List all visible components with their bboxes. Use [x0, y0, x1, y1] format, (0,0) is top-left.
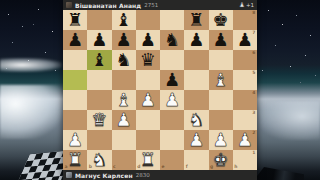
square-d1[interactable]: ♜d — [136, 150, 160, 170]
black-knight[interactable]: ♞ — [164, 31, 180, 49]
white-pawn[interactable]: ♟ — [116, 111, 132, 129]
sea-foam-left — [0, 85, 62, 139]
white-pawn[interactable]: ♟ — [188, 131, 204, 149]
file-label-b: b — [89, 165, 92, 170]
square-g7[interactable]: ♟ — [209, 30, 233, 50]
file-label-d: d — [137, 165, 140, 170]
square-d6[interactable]: ♛ — [136, 50, 160, 70]
white-bishop[interactable]: ♝ — [116, 91, 132, 109]
square-e2[interactable] — [160, 130, 184, 150]
wave-crest — [0, 58, 62, 72]
square-a2[interactable]: ♟ — [63, 130, 87, 150]
square-g6[interactable] — [209, 50, 233, 70]
square-g1[interactable]: ♚g — [209, 150, 233, 170]
file-label-c: c — [113, 165, 116, 170]
square-h8[interactable]: 8 — [233, 10, 257, 30]
square-g5[interactable]: ♝ — [209, 70, 233, 90]
square-b6[interactable]: ♝ — [87, 50, 111, 70]
square-c8[interactable]: ♝ — [112, 10, 136, 30]
square-c6[interactable]: ♞ — [112, 50, 136, 70]
square-a5[interactable] — [63, 70, 87, 90]
rank-label-6: 6 — [252, 51, 255, 56]
square-b3[interactable]: ♛ — [87, 110, 111, 130]
square-f1[interactable]: f — [184, 150, 208, 170]
rank-label-2: 2 — [252, 131, 255, 136]
black-pawn[interactable]: ♟ — [116, 31, 132, 49]
square-c5[interactable] — [112, 70, 136, 90]
white-knight[interactable]: ♞ — [188, 111, 204, 129]
square-d8[interactable] — [136, 10, 160, 30]
black-pawn[interactable]: ♟ — [164, 71, 180, 89]
rank-label-7: 7 — [252, 31, 255, 36]
player-avatar-top — [66, 2, 72, 8]
white-pawn[interactable]: ♟ — [67, 131, 83, 149]
black-pawn[interactable]: ♟ — [140, 31, 156, 49]
sea-foam-right — [260, 101, 320, 141]
square-g2[interactable]: ♟ — [209, 130, 233, 150]
file-label-e: e — [162, 165, 165, 170]
square-f4[interactable] — [184, 90, 208, 110]
file-label-f: f — [186, 165, 188, 170]
square-g3[interactable] — [209, 110, 233, 130]
square-c4[interactable]: ♝ — [112, 90, 136, 110]
square-a7[interactable]: ♟ — [63, 30, 87, 50]
black-pawn[interactable]: ♟ — [188, 31, 204, 49]
square-c7[interactable]: ♟ — [112, 30, 136, 50]
rank-label-4: 4 — [252, 91, 255, 96]
square-h5[interactable]: 5 — [233, 70, 257, 90]
rank-label-3: 3 — [252, 111, 255, 116]
file-label-a: a — [65, 165, 68, 170]
white-bishop[interactable]: ♝ — [213, 71, 229, 89]
square-e3[interactable] — [160, 110, 184, 130]
black-pawn[interactable]: ♟ — [67, 31, 83, 49]
square-f2[interactable]: ♟ — [184, 130, 208, 150]
square-b7[interactable]: ♟ — [87, 30, 111, 50]
square-e4[interactable]: ♟ — [160, 90, 184, 110]
square-c2[interactable] — [112, 130, 136, 150]
player-rating-top: 2751 — [144, 2, 158, 8]
app-screen: Вішванатан Ананд 2751 ♟ +1 ♜♝♜♚8♟♟♟♟♞♟♟♟… — [0, 0, 320, 180]
square-h3[interactable]: 3 — [233, 110, 257, 130]
rank-label-1: 1 — [252, 151, 255, 156]
square-a6[interactable] — [63, 50, 87, 70]
black-rook[interactable]: ♜ — [67, 11, 83, 29]
file-label-h: h — [234, 165, 237, 170]
square-d3[interactable] — [136, 110, 160, 130]
black-rook[interactable]: ♜ — [188, 11, 204, 29]
square-a4[interactable] — [63, 90, 87, 110]
stars — [0, 0, 1, 1]
square-h7[interactable]: ♟7 — [233, 30, 257, 50]
square-a3[interactable] — [63, 110, 87, 130]
white-pawn[interactable]: ♟ — [140, 91, 156, 109]
square-h2[interactable]: ♟2 — [233, 130, 257, 150]
square-d5[interactable] — [136, 70, 160, 90]
material-advantage-value: +1 — [246, 2, 254, 8]
rank-label-8: 8 — [252, 11, 255, 16]
black-pawn[interactable]: ♟ — [237, 31, 253, 49]
player-rating-bottom: 2830 — [136, 172, 150, 178]
square-h1[interactable]: 1h — [233, 150, 257, 170]
square-h6[interactable]: 6 — [233, 50, 257, 70]
square-f6[interactable] — [184, 50, 208, 70]
file-label-g: g — [210, 165, 213, 170]
player-name-bottom: Магнус Карлсен — [75, 172, 133, 179]
black-king[interactable]: ♚ — [213, 11, 229, 29]
square-e5[interactable]: ♟ — [160, 70, 184, 90]
square-b4[interactable] — [87, 90, 111, 110]
black-queen[interactable]: ♛ — [140, 51, 156, 69]
square-f8[interactable]: ♜ — [184, 10, 208, 30]
black-pawn[interactable]: ♟ — [91, 31, 107, 49]
square-h4[interactable]: 4 — [233, 90, 257, 110]
white-pawn[interactable]: ♟ — [164, 91, 180, 109]
white-rook[interactable]: ♜ — [67, 151, 83, 169]
square-e7[interactable]: ♞ — [160, 30, 184, 50]
black-bishop[interactable]: ♝ — [91, 51, 107, 69]
black-pawn[interactable]: ♟ — [213, 31, 229, 49]
square-a1[interactable]: ♜a — [63, 150, 87, 170]
square-d7[interactable]: ♟ — [136, 30, 160, 50]
player-bar-bottom[interactable]: Магнус Карлсен 2830 — [63, 170, 257, 180]
square-b5[interactable] — [87, 70, 111, 90]
player-name-top: Вішванатан Ананд — [75, 2, 141, 9]
square-e1[interactable]: e — [160, 150, 184, 170]
square-a8[interactable]: ♜ — [63, 10, 87, 30]
square-d2[interactable] — [136, 130, 160, 150]
white-queen[interactable]: ♛ — [91, 111, 107, 129]
square-b8[interactable] — [87, 10, 111, 30]
black-knight[interactable]: ♞ — [116, 51, 132, 69]
square-e8[interactable] — [160, 10, 184, 30]
rank-label-5: 5 — [252, 71, 255, 76]
square-b2[interactable] — [87, 130, 111, 150]
white-rook[interactable]: ♜ — [140, 151, 156, 169]
square-f5[interactable] — [184, 70, 208, 90]
square-c1[interactable]: c — [112, 150, 136, 170]
white-pawn[interactable]: ♟ — [213, 131, 229, 149]
square-g8[interactable]: ♚ — [209, 10, 233, 30]
white-king[interactable]: ♚ — [213, 151, 229, 169]
chess-game-panel: Вішванатан Ананд 2751 ♟ +1 ♜♝♜♚8♟♟♟♟♞♟♟♟… — [63, 0, 257, 180]
player-avatar-bottom — [66, 172, 72, 178]
square-b1[interactable]: ♞b — [87, 150, 111, 170]
square-f3[interactable]: ♞ — [184, 110, 208, 130]
material-advantage-top: ♟ +1 — [239, 2, 254, 9]
square-f7[interactable]: ♟ — [184, 30, 208, 50]
square-g4[interactable] — [209, 90, 233, 110]
black-bishop[interactable]: ♝ — [116, 11, 132, 29]
square-c3[interactable]: ♟ — [112, 110, 136, 130]
white-knight[interactable]: ♞ — [91, 151, 107, 169]
captured-pawn-icon: ♟ — [239, 2, 245, 9]
square-d4[interactable]: ♟ — [136, 90, 160, 110]
chess-board: ♜♝♜♚8♟♟♟♟♞♟♟♟7♝♞♛6♟♝5♝♟♟4♛♟♞3♟♟♟♟2♜a♞bc♜… — [63, 10, 257, 170]
white-pawn[interactable]: ♟ — [237, 131, 253, 149]
square-e6[interactable] — [160, 50, 184, 70]
